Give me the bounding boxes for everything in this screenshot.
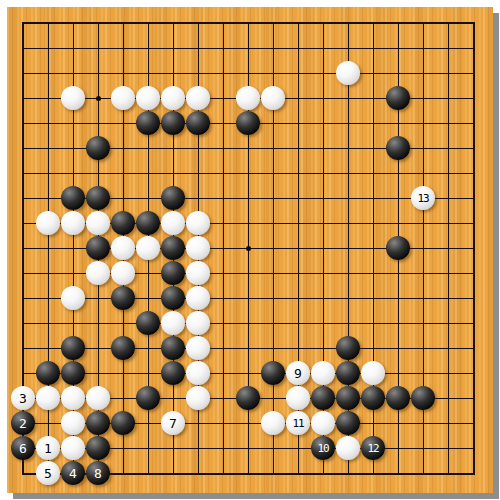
go-board[interactable]: 13932711611012548 xyxy=(7,7,493,493)
stone-white xyxy=(161,211,185,235)
star-point xyxy=(96,96,101,101)
stone-black xyxy=(336,361,360,385)
stone-black xyxy=(336,411,360,435)
stone-black xyxy=(386,136,410,160)
stone-black xyxy=(136,386,160,410)
stone-white xyxy=(311,361,335,385)
stone-black-move-2: 2 xyxy=(11,411,35,435)
stone-white xyxy=(361,361,385,385)
stone-black xyxy=(36,361,60,385)
stone-white xyxy=(61,411,85,435)
stone-white xyxy=(61,86,85,110)
stone-black xyxy=(111,286,135,310)
stone-white xyxy=(186,386,210,410)
move-number-label: 8 xyxy=(86,461,110,485)
stone-white xyxy=(186,311,210,335)
stone-white xyxy=(61,386,85,410)
stone-black xyxy=(61,336,85,360)
star-point xyxy=(246,246,251,251)
move-number-label: 13 xyxy=(411,186,435,210)
stone-black xyxy=(86,411,110,435)
stone-black xyxy=(136,211,160,235)
stone-white xyxy=(186,211,210,235)
stone-white-move-9: 9 xyxy=(286,361,310,385)
stone-white xyxy=(336,436,360,460)
stone-black xyxy=(86,186,110,210)
stone-black xyxy=(336,336,360,360)
stone-white-move-1: 1 xyxy=(36,436,60,460)
stone-white xyxy=(86,386,110,410)
move-number-label: 7 xyxy=(161,411,185,435)
stone-white xyxy=(61,211,85,235)
stone-white xyxy=(111,236,135,260)
stone-black-move-4: 4 xyxy=(61,461,85,485)
move-number-label: 9 xyxy=(286,361,310,385)
stone-black-move-10: 10 xyxy=(311,436,335,460)
stone-black xyxy=(161,236,185,260)
stone-white-move-13: 13 xyxy=(411,186,435,210)
stone-black xyxy=(161,286,185,310)
stone-black xyxy=(236,386,260,410)
stone-white xyxy=(136,86,160,110)
stone-white xyxy=(261,411,285,435)
stone-white xyxy=(86,211,110,235)
stone-black xyxy=(161,361,185,385)
move-number-label: 11 xyxy=(286,411,310,435)
stone-black-move-12: 12 xyxy=(361,436,385,460)
move-number-label: 3 xyxy=(11,386,35,410)
stone-black xyxy=(186,111,210,135)
stone-white xyxy=(161,86,185,110)
stone-black xyxy=(86,436,110,460)
stone-white-move-5: 5 xyxy=(36,461,60,485)
stone-black xyxy=(386,236,410,260)
stone-white-move-7: 7 xyxy=(161,411,185,435)
move-number-label: 10 xyxy=(311,436,335,460)
stone-white-move-11: 11 xyxy=(286,411,310,435)
stone-white xyxy=(186,86,210,110)
stone-white xyxy=(186,236,210,260)
move-number-label: 6 xyxy=(11,436,35,460)
move-number-label: 12 xyxy=(361,436,385,460)
stone-black xyxy=(386,86,410,110)
stone-white xyxy=(86,261,110,285)
stone-black xyxy=(161,111,185,135)
stone-white xyxy=(236,86,260,110)
stone-black xyxy=(136,311,160,335)
move-number-label: 1 xyxy=(36,436,60,460)
page-background: { "game": "go", "board_size": 19, "posit… xyxy=(0,0,500,500)
stone-white xyxy=(61,286,85,310)
stone-white xyxy=(161,311,185,335)
stone-black xyxy=(86,136,110,160)
stone-black-move-6: 6 xyxy=(11,436,35,460)
stone-black xyxy=(361,386,385,410)
stone-white xyxy=(286,386,310,410)
stone-black xyxy=(61,361,85,385)
stone-black xyxy=(161,336,185,360)
stone-white xyxy=(336,61,360,85)
stone-white xyxy=(36,211,60,235)
stone-white xyxy=(111,86,135,110)
stone-black xyxy=(111,336,135,360)
stone-black xyxy=(111,411,135,435)
stone-black xyxy=(336,386,360,410)
stone-white xyxy=(36,386,60,410)
stone-black xyxy=(111,211,135,235)
stone-black-move-8: 8 xyxy=(86,461,110,485)
stone-white xyxy=(111,261,135,285)
stone-white xyxy=(261,86,285,110)
stone-white xyxy=(186,286,210,310)
stone-black xyxy=(386,386,410,410)
stone-white xyxy=(186,361,210,385)
stone-white xyxy=(186,336,210,360)
stone-black xyxy=(311,386,335,410)
stone-white xyxy=(61,436,85,460)
stone-black xyxy=(411,386,435,410)
stone-white xyxy=(136,236,160,260)
stone-white xyxy=(186,261,210,285)
stone-black xyxy=(136,111,160,135)
stone-white xyxy=(311,411,335,435)
stone-black xyxy=(161,261,185,285)
stone-black xyxy=(86,236,110,260)
stone-black xyxy=(236,111,260,135)
stone-black xyxy=(61,186,85,210)
stone-white-move-3: 3 xyxy=(11,386,35,410)
stone-black xyxy=(161,186,185,210)
move-number-label: 4 xyxy=(61,461,85,485)
move-number-label: 2 xyxy=(11,411,35,435)
stone-black xyxy=(261,361,285,385)
move-number-label: 5 xyxy=(36,461,60,485)
